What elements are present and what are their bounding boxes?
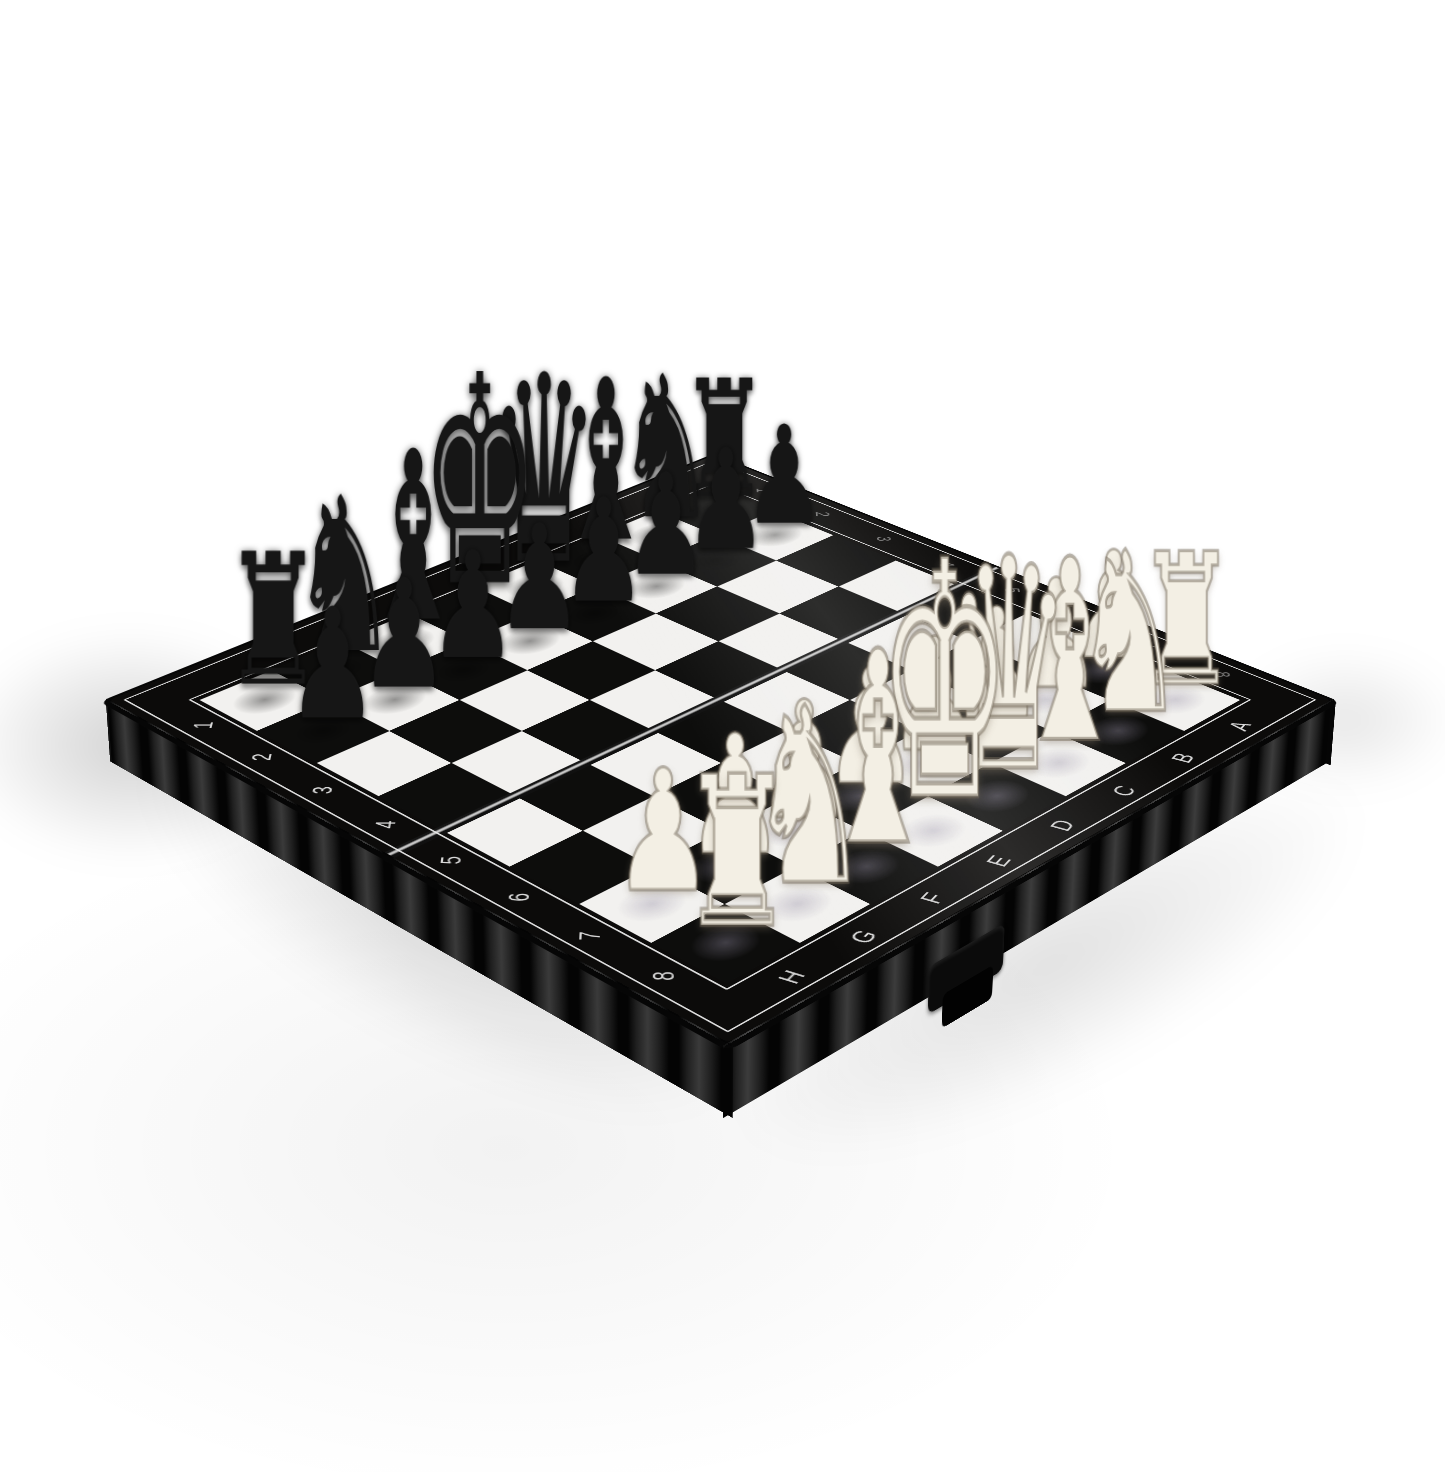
photo-background: 1122334455667788HGFEDCBA♜♞♝♛♚♝♞♜♟♟♟♟♟♟♟♟… [0, 0, 1445, 1472]
rank-label-4: 4 [371, 821, 400, 829]
rank-label-mirror-3: 3 [873, 536, 894, 541]
rank-label-mirror-4: 4 [936, 562, 957, 567]
rank-label-7: 7 [575, 931, 605, 940]
rank-label-mirror-8: 8 [1210, 672, 1233, 678]
rank-label-mirror-5: 5 [1001, 588, 1023, 593]
rank-label-mirror-1: 1 [753, 488, 773, 492]
rank-label-1: 1 [189, 722, 217, 729]
rank-label-8: 8 [648, 971, 678, 980]
rank-label-3: 3 [308, 786, 337, 793]
rank-label-2: 2 [247, 754, 276, 761]
board-plate: 1122334455667788HGFEDCBA♜♞♝♛♚♝♞♜♟♟♟♟♟♟♟♟… [109, 455, 1331, 1042]
rank-label-mirror-6: 6 [1068, 615, 1090, 620]
frame-inner-pinstripe [188, 483, 1252, 990]
scene: 1122334455667788HGFEDCBA♜♞♝♛♚♝♞♜♟♟♟♟♟♟♟♟… [0, 0, 1445, 1472]
rank-label-6: 6 [504, 893, 534, 901]
rank-label-mirror-7: 7 [1138, 643, 1161, 648]
rank-label-5: 5 [436, 856, 465, 864]
rank-label-mirror-2: 2 [812, 512, 832, 517]
